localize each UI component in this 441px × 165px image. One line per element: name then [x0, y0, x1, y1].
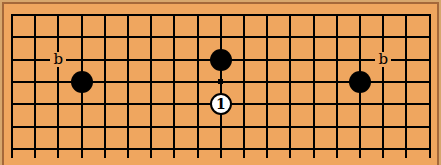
star-point-marker [218, 79, 223, 84]
grid-line-horizontal [11, 148, 431, 150]
grid-line-horizontal [11, 36, 431, 38]
white-stone: 1 [210, 93, 232, 115]
go-board: bb1 [0, 0, 441, 165]
go-diagram: bb1 [0, 0, 441, 165]
grid-line-horizontal [11, 14, 431, 16]
black-stone [210, 49, 232, 71]
black-stone [71, 71, 93, 93]
black-stone [349, 71, 371, 93]
point-label-b: b [50, 52, 66, 67]
point-label-b: b [375, 52, 391, 67]
grid-line-horizontal [11, 126, 431, 128]
white-stone-number: 1 [216, 97, 226, 111]
